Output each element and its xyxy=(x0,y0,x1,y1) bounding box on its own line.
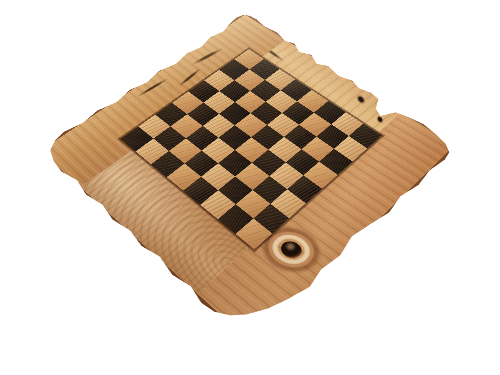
chess-board xyxy=(35,12,459,350)
grain-streak-icon xyxy=(130,74,174,101)
frame-knot-icon xyxy=(354,94,367,105)
product-photo-stage xyxy=(0,0,500,375)
frame-knot-icon xyxy=(375,115,385,124)
